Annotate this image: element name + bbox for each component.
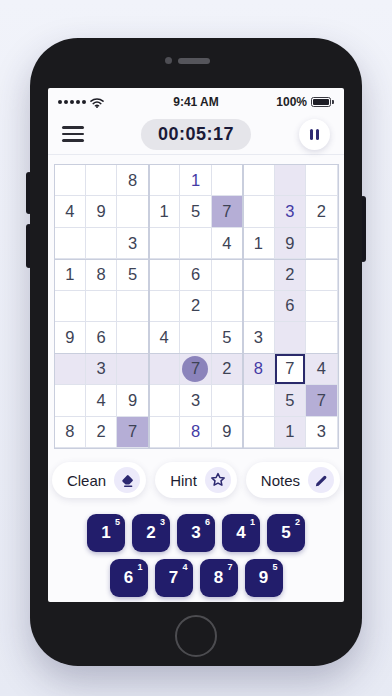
cell-r4c6[interactable] bbox=[212, 259, 242, 289]
cell-r4c3[interactable]: 5 bbox=[117, 259, 147, 289]
battery-icon bbox=[311, 97, 331, 107]
numpad-digit: 6 bbox=[124, 568, 133, 588]
numpad-remaining-count: 4 bbox=[182, 562, 187, 572]
cell-r1c7[interactable] bbox=[243, 165, 273, 195]
numpad-digit: 2 bbox=[146, 523, 155, 543]
pause-button[interactable] bbox=[299, 119, 330, 150]
cell-value: 7 bbox=[182, 356, 208, 382]
numpad-digit: 8 bbox=[214, 568, 223, 588]
carrier-signal-dots-icon bbox=[58, 100, 86, 104]
cell-value: 5 bbox=[285, 391, 294, 410]
cell-r2c1[interactable]: 4 bbox=[55, 196, 85, 226]
numpad-remaining-count: 3 bbox=[160, 517, 165, 527]
cell-value: 4 bbox=[317, 359, 326, 378]
cell-value: 5 bbox=[222, 328, 231, 347]
cell-value: 8 bbox=[97, 265, 106, 284]
cell-r5c2[interactable] bbox=[86, 291, 116, 321]
cell-value: 1 bbox=[254, 234, 263, 253]
box-line-vertical bbox=[242, 165, 244, 448]
cell-r7c3[interactable] bbox=[117, 354, 147, 384]
phone-frame: 9:41 AM 100% 00:05:17 814915732341918562… bbox=[30, 38, 362, 666]
cell-r1c3[interactable]: 8 bbox=[117, 165, 147, 195]
cell-value: 4 bbox=[97, 391, 106, 410]
cell-r9c1[interactable]: 8 bbox=[55, 417, 85, 447]
cell-value: 5 bbox=[128, 265, 137, 284]
cell-r6c9[interactable] bbox=[306, 322, 336, 352]
cell-r2c5[interactable]: 5 bbox=[180, 196, 210, 226]
cell-r2c8[interactable]: 3 bbox=[275, 196, 305, 226]
cell-r3c9[interactable] bbox=[306, 228, 336, 258]
numpad-digit: 9 bbox=[259, 568, 268, 588]
cell-r8c9[interactable]: 7 bbox=[306, 385, 336, 415]
box-line-horizontal bbox=[55, 353, 338, 355]
cell-value: 7 bbox=[128, 422, 137, 441]
cell-r6c2[interactable]: 6 bbox=[86, 322, 116, 352]
action-buttons-row: Clean Hint bbox=[48, 462, 344, 498]
numpad-remaining-count: 1 bbox=[137, 562, 142, 572]
cell-r6c5[interactable] bbox=[180, 322, 210, 352]
box-line-horizontal bbox=[55, 259, 338, 261]
numpad-remaining-count: 2 bbox=[295, 517, 300, 527]
cell-value: 2 bbox=[317, 202, 326, 221]
cell-r1c5[interactable]: 1 bbox=[180, 165, 210, 195]
star-icon bbox=[205, 467, 231, 493]
cell-value: 9 bbox=[65, 328, 74, 347]
cell-r5c5[interactable]: 2 bbox=[180, 291, 210, 321]
cell-value: 9 bbox=[97, 202, 106, 221]
cell-value: 4 bbox=[65, 202, 74, 221]
clean-button[interactable]: Clean bbox=[52, 462, 146, 498]
cell-r9c5[interactable]: 8 bbox=[180, 417, 210, 447]
numpad-9[interactable]: 59 bbox=[245, 559, 283, 597]
cell-value: 3 bbox=[128, 234, 137, 253]
clean-button-label: Clean bbox=[67, 472, 106, 489]
status-time: 9:41 AM bbox=[173, 95, 219, 109]
cell-r2c3[interactable] bbox=[117, 196, 147, 226]
cell-r7c8[interactable]: 7 bbox=[275, 354, 305, 384]
numpad-4[interactable]: 14 bbox=[222, 514, 260, 552]
cell-r9c4[interactable] bbox=[149, 417, 179, 447]
cell-value: 8 bbox=[254, 359, 263, 378]
cell-value: 6 bbox=[97, 328, 106, 347]
home-button[interactable] bbox=[175, 615, 217, 657]
cell-r2c6[interactable]: 7 bbox=[212, 196, 242, 226]
numpad-2[interactable]: 32 bbox=[132, 514, 170, 552]
cell-value: 3 bbox=[191, 391, 200, 410]
cell-r2c2[interactable]: 9 bbox=[86, 196, 116, 226]
wifi-icon bbox=[90, 97, 104, 108]
cell-value: 8 bbox=[128, 171, 137, 190]
cell-r8c5[interactable]: 3 bbox=[180, 385, 210, 415]
box-line-vertical bbox=[148, 165, 150, 448]
cell-r7c6[interactable]: 2 bbox=[212, 354, 242, 384]
numpad-digit: 1 bbox=[101, 523, 110, 543]
pause-icon bbox=[310, 129, 313, 140]
cell-r3c4[interactable] bbox=[149, 228, 179, 258]
cell-r8c4[interactable] bbox=[149, 385, 179, 415]
cell-r9c2[interactable]: 2 bbox=[86, 417, 116, 447]
cell-value: 3 bbox=[97, 359, 106, 378]
cell-r3c2[interactable] bbox=[86, 228, 116, 258]
cell-value: 2 bbox=[285, 265, 294, 284]
numpad-digit: 7 bbox=[169, 568, 178, 588]
cell-r4c9[interactable] bbox=[306, 259, 336, 289]
cell-value: 2 bbox=[191, 296, 200, 315]
numpad: 5132631425 16477859 bbox=[48, 514, 344, 597]
cell-r8c8[interactable]: 5 bbox=[275, 385, 305, 415]
cell-value: 9 bbox=[128, 391, 137, 410]
hint-button[interactable]: Hint bbox=[155, 462, 237, 498]
cell-r6c7[interactable]: 3 bbox=[243, 322, 273, 352]
cell-r1c9[interactable] bbox=[306, 165, 336, 195]
notes-button-label: Notes bbox=[261, 472, 300, 489]
cell-value: 4 bbox=[159, 328, 168, 347]
cell-r2c9[interactable]: 2 bbox=[306, 196, 336, 226]
sudoku-board: 8149157323419185622696453372874493578278… bbox=[54, 164, 339, 449]
cell-r3c6[interactable]: 4 bbox=[212, 228, 242, 258]
cell-r7c7[interactable]: 8 bbox=[243, 354, 273, 384]
cell-r1c6[interactable] bbox=[212, 165, 242, 195]
page-background: 9:41 AM 100% 00:05:17 814915732341918562… bbox=[0, 0, 392, 696]
cell-r4c1[interactable]: 1 bbox=[55, 259, 85, 289]
cell-value: 2 bbox=[97, 422, 106, 441]
cell-value: 9 bbox=[222, 422, 231, 441]
numpad-remaining-count: 7 bbox=[227, 562, 232, 572]
cell-r8c3[interactable]: 9 bbox=[117, 385, 147, 415]
timer-display: 00:05:17 bbox=[141, 119, 251, 150]
numpad-remaining-count: 5 bbox=[115, 517, 120, 527]
numpad-6[interactable]: 16 bbox=[110, 559, 148, 597]
cell-r5c1[interactable] bbox=[55, 291, 85, 321]
menu-button[interactable] bbox=[62, 126, 84, 142]
cell-r4c7[interactable] bbox=[243, 259, 273, 289]
cell-r2c4[interactable]: 1 bbox=[149, 196, 179, 226]
cell-r5c7[interactable] bbox=[243, 291, 273, 321]
numpad-row-1: 5132631425 bbox=[48, 514, 344, 552]
cell-value: 1 bbox=[285, 422, 294, 441]
cell-r3c8[interactable]: 9 bbox=[275, 228, 305, 258]
numpad-digit: 5 bbox=[281, 523, 290, 543]
cell-r4c5[interactable]: 6 bbox=[180, 259, 210, 289]
numpad-digit: 4 bbox=[236, 523, 245, 543]
cell-value: 5 bbox=[191, 202, 200, 221]
cell-value: 3 bbox=[317, 422, 326, 441]
cell-r1c8[interactable] bbox=[275, 165, 305, 195]
cell-r8c1[interactable] bbox=[55, 385, 85, 415]
cell-r9c9[interactable]: 3 bbox=[306, 417, 336, 447]
cell-r5c3[interactable] bbox=[117, 291, 147, 321]
sudoku-grid: 8149157323419185622696453372874493578278… bbox=[55, 165, 337, 447]
cell-value: 6 bbox=[191, 265, 200, 284]
cell-r1c1[interactable] bbox=[55, 165, 85, 195]
numpad-5[interactable]: 25 bbox=[267, 514, 305, 552]
cell-value: 3 bbox=[254, 328, 263, 347]
cell-r5c6[interactable] bbox=[212, 291, 242, 321]
cell-value: 1 bbox=[65, 265, 74, 284]
cell-r9c6[interactable]: 9 bbox=[212, 417, 242, 447]
cell-r7c4[interactable] bbox=[149, 354, 179, 384]
cell-value: 6 bbox=[285, 296, 294, 315]
header-divider bbox=[48, 154, 344, 155]
cell-r4c8[interactable]: 2 bbox=[275, 259, 305, 289]
screen: 9:41 AM 100% 00:05:17 814915732341918562… bbox=[48, 88, 344, 602]
cell-value: 7 bbox=[285, 359, 294, 378]
cell-value: 8 bbox=[65, 422, 74, 441]
battery-tip-icon bbox=[332, 100, 334, 104]
cell-r9c8[interactable]: 1 bbox=[275, 417, 305, 447]
status-bar: 9:41 AM 100% bbox=[48, 88, 344, 114]
cell-r3c1[interactable] bbox=[55, 228, 85, 258]
cell-r3c5[interactable] bbox=[180, 228, 210, 258]
numpad-row-2: 16477859 bbox=[48, 559, 344, 597]
game-header: 00:05:17 bbox=[48, 114, 344, 154]
cell-r9c7[interactable] bbox=[243, 417, 273, 447]
numpad-1[interactable]: 51 bbox=[87, 514, 125, 552]
cell-value: 9 bbox=[285, 234, 294, 253]
cell-r5c9[interactable] bbox=[306, 291, 336, 321]
cell-r8c6[interactable] bbox=[212, 385, 242, 415]
cell-r6c1[interactable]: 9 bbox=[55, 322, 85, 352]
numpad-remaining-count: 5 bbox=[272, 562, 277, 572]
cell-r1c4[interactable] bbox=[149, 165, 179, 195]
cell-value: 2 bbox=[222, 359, 231, 378]
cell-r4c4[interactable] bbox=[149, 259, 179, 289]
cell-r6c8[interactable] bbox=[275, 322, 305, 352]
numpad-digit: 3 bbox=[191, 523, 200, 543]
cell-value: 7 bbox=[317, 391, 326, 410]
cell-r7c1[interactable] bbox=[55, 354, 85, 384]
cell-r6c3[interactable] bbox=[117, 322, 147, 352]
cell-r5c8[interactable]: 6 bbox=[275, 291, 305, 321]
cell-value: 4 bbox=[222, 234, 231, 253]
pencil-icon bbox=[308, 467, 334, 493]
cell-r2c7[interactable] bbox=[243, 196, 273, 226]
cell-value: 3 bbox=[285, 202, 294, 221]
numpad-7[interactable]: 47 bbox=[155, 559, 193, 597]
battery-percent: 100% bbox=[276, 95, 307, 109]
numpad-remaining-count: 6 bbox=[205, 517, 210, 527]
speaker-slot bbox=[178, 58, 210, 64]
eraser-icon bbox=[114, 467, 140, 493]
numpad-remaining-count: 1 bbox=[250, 517, 255, 527]
notes-button[interactable]: Notes bbox=[246, 462, 340, 498]
cell-r7c9[interactable]: 4 bbox=[306, 354, 336, 384]
cell-r8c2[interactable]: 4 bbox=[86, 385, 116, 415]
cell-value: 7 bbox=[222, 202, 231, 221]
cell-r7c5[interactable]: 7 bbox=[180, 354, 210, 384]
cell-r4c2[interactable]: 8 bbox=[86, 259, 116, 289]
cell-r9c3[interactable]: 7 bbox=[117, 417, 147, 447]
numpad-3[interactable]: 63 bbox=[177, 514, 215, 552]
cell-r3c3[interactable]: 3 bbox=[117, 228, 147, 258]
cell-r1c2[interactable] bbox=[86, 165, 116, 195]
hint-button-label: Hint bbox=[170, 472, 197, 489]
cell-value: 1 bbox=[159, 202, 168, 221]
cell-r6c6[interactable]: 5 bbox=[212, 322, 242, 352]
cell-r6c4[interactable]: 4 bbox=[149, 322, 179, 352]
cell-value: 8 bbox=[191, 422, 200, 441]
cell-r8c7[interactable] bbox=[243, 385, 273, 415]
cell-r5c4[interactable] bbox=[149, 291, 179, 321]
numpad-8[interactable]: 78 bbox=[200, 559, 238, 597]
cell-r3c7[interactable]: 1 bbox=[243, 228, 273, 258]
camera-dot-icon bbox=[165, 57, 172, 64]
cell-r7c2[interactable]: 3 bbox=[86, 354, 116, 384]
cell-value: 1 bbox=[191, 171, 200, 190]
